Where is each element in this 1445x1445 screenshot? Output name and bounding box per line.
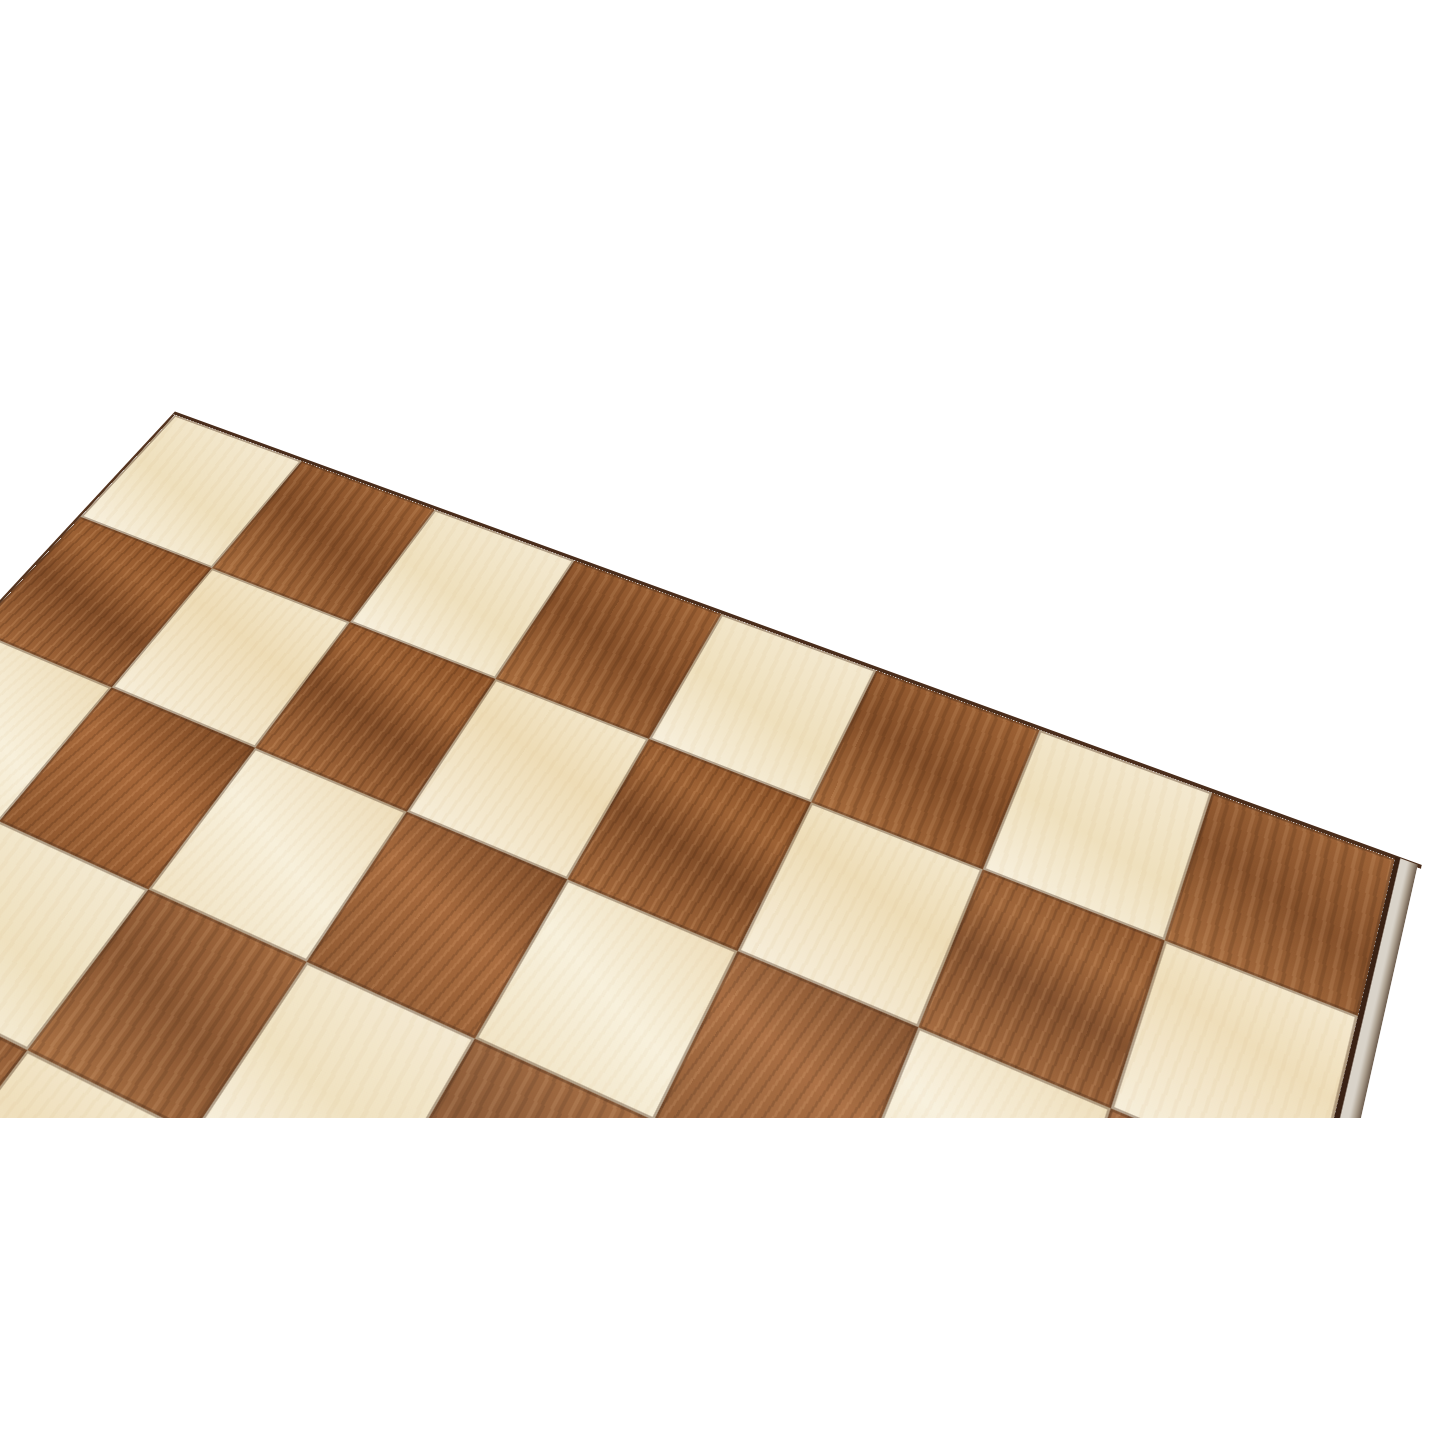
- chess-set-photo: ♟♟♟♟♟♟♟♟♜♞♝♚♛♝♞♜: [0, 0, 1445, 1445]
- chess-board: ♟♟♟♟♟♟♟♟♜♞♝♚♛♝♞♜: [0, 415, 1395, 1118]
- board-scene: ♟♟♟♟♟♟♟♟♜♞♝♚♛♝♞♜: [0, 0, 1445, 1118]
- white-crop-band: [0, 1118, 1445, 1445]
